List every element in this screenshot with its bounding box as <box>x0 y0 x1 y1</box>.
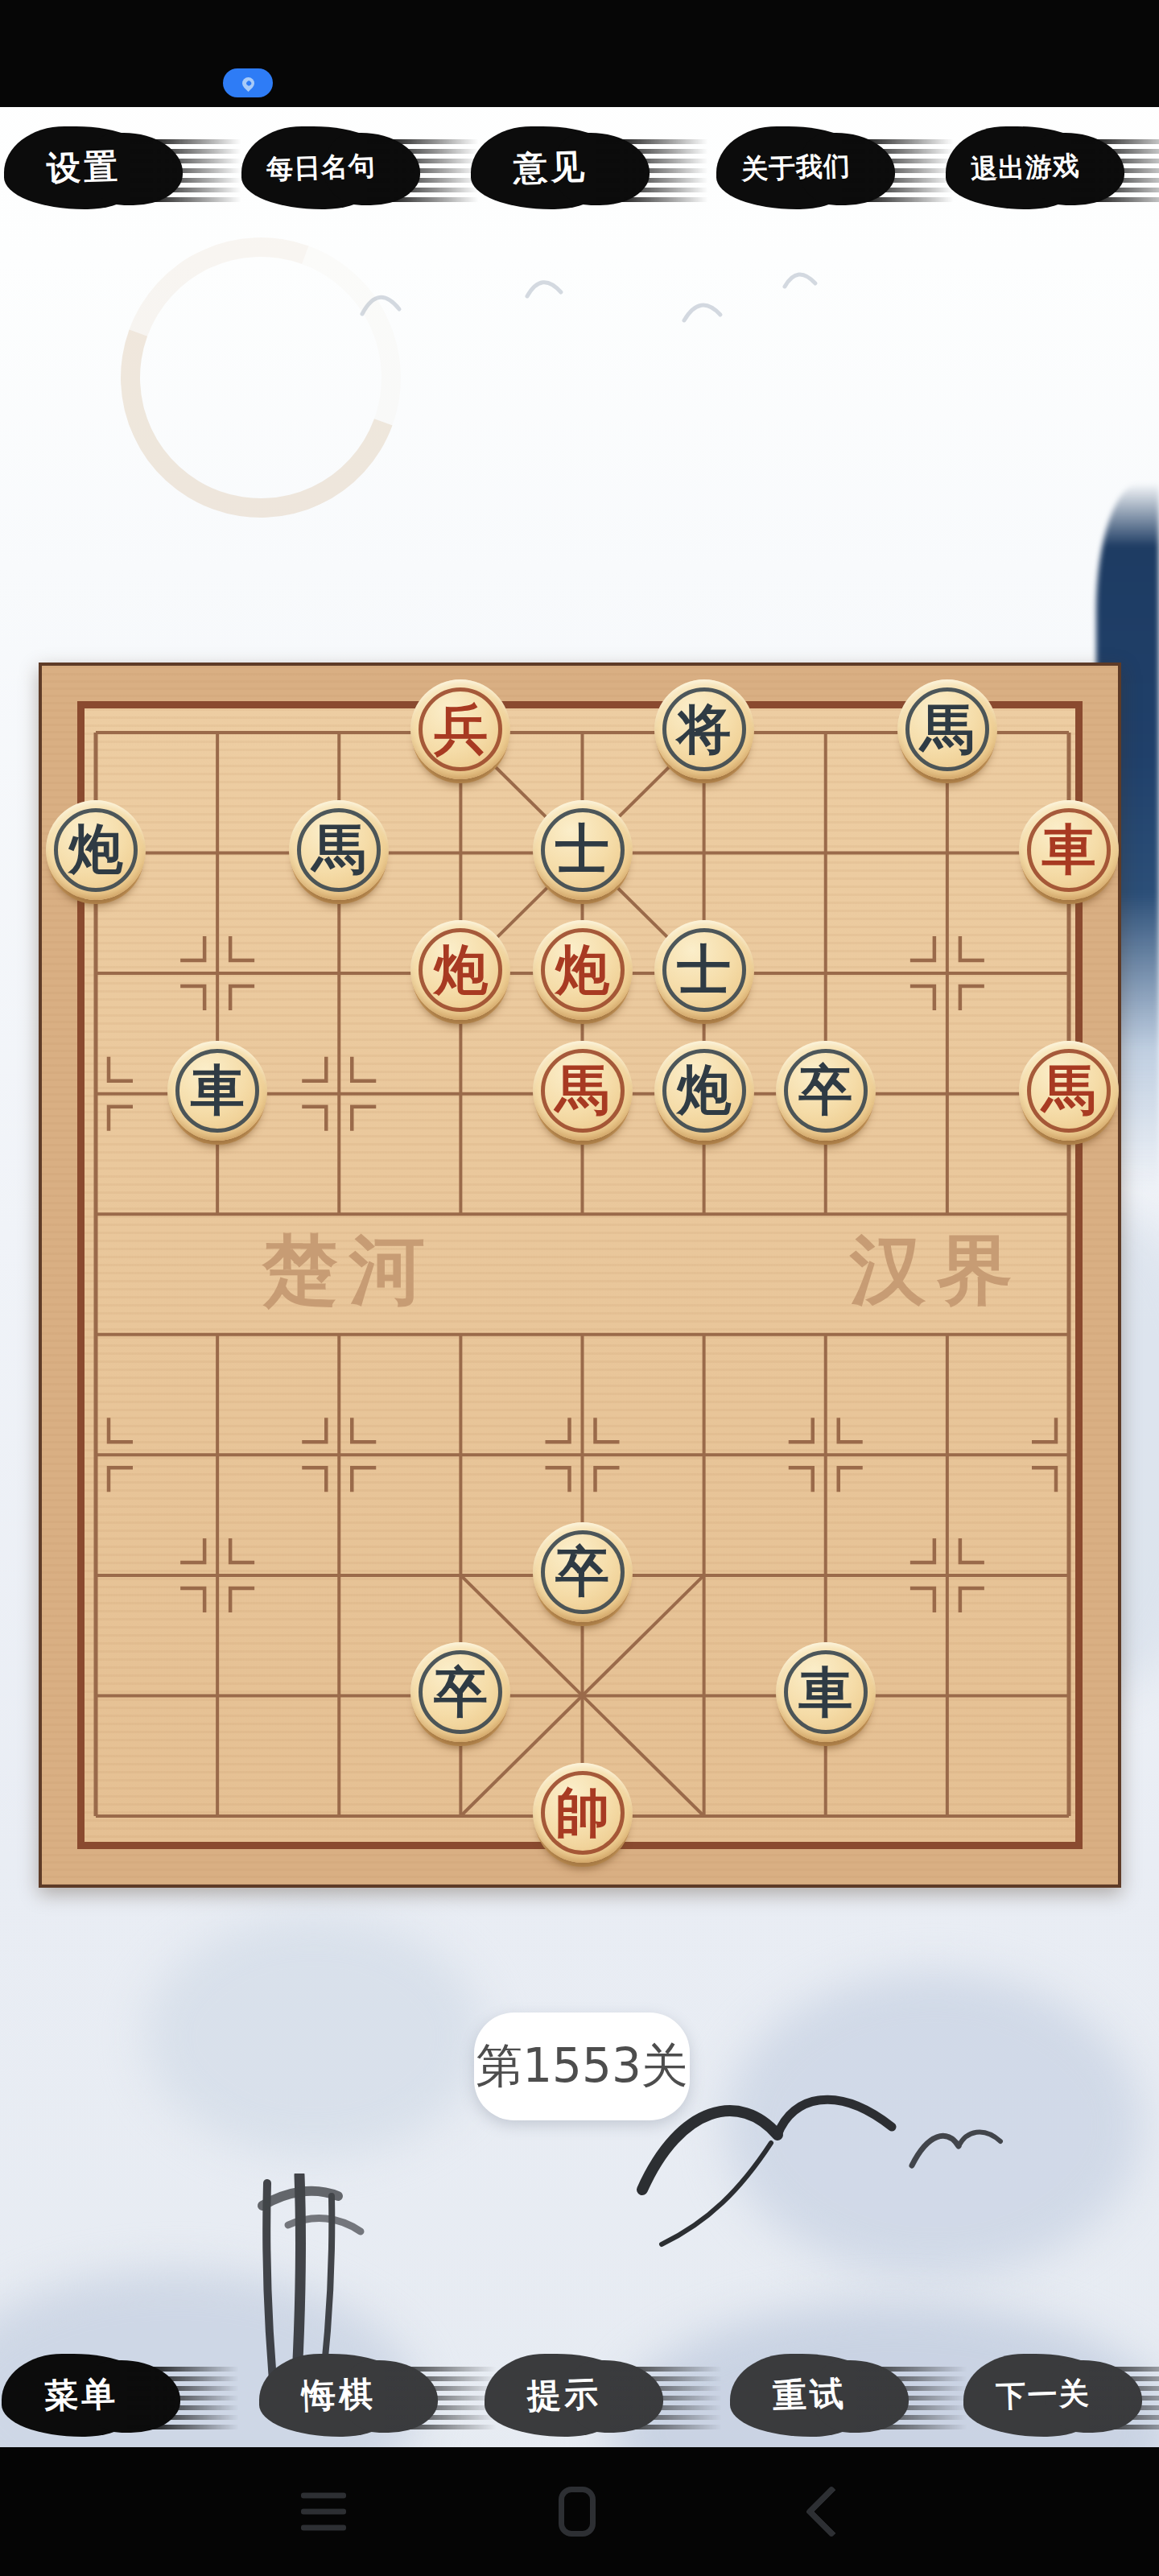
black-piece-馬[interactable]: 馬 <box>289 800 389 900</box>
piece-character: 卒 <box>798 1063 852 1117</box>
ink-wash-ring <box>75 192 447 563</box>
next-level-button[interactable]: 下一关 <box>963 2352 1159 2442</box>
piece-character: 卒 <box>555 1545 609 1599</box>
red-piece-馬[interactable]: 馬 <box>1019 1041 1119 1141</box>
home-icon[interactable] <box>559 2487 596 2537</box>
river-label-right: 汉界 <box>816 1220 1058 1322</box>
xiangqi-board[interactable]: 楚河 汉界 兵将馬炮馬士車炮炮士車馬炮卒馬卒卒車帥 <box>39 663 1121 1888</box>
level-badge: 第1553关 <box>474 2013 690 2120</box>
piece-character: 車 <box>1042 823 1096 877</box>
settings-button[interactable]: 设置 <box>4 125 245 215</box>
menu-button-label: 菜单 <box>6 2370 157 2420</box>
black-piece-炮[interactable]: 炮 <box>654 1041 754 1141</box>
hint-button-label: 提示 <box>489 2370 640 2420</box>
black-piece-卒[interactable]: 卒 <box>533 1522 633 1622</box>
daily-quote-button[interactable]: 每日名句 <box>241 125 483 215</box>
red-piece-炮[interactable]: 炮 <box>410 920 510 1020</box>
android-nav-bar <box>0 2447 1159 2576</box>
daily-quote-button-label: 每日名句 <box>245 147 396 188</box>
black-piece-馬[interactable]: 馬 <box>897 679 997 779</box>
piece-character: 炮 <box>555 943 609 997</box>
settings-button-label: 设置 <box>8 142 159 192</box>
exit-game-button-label: 退出游戏 <box>950 147 1100 188</box>
back-icon[interactable] <box>805 2485 857 2537</box>
piece-character: 馬 <box>555 1063 609 1117</box>
feedback-button[interactable]: 意见 <box>471 125 712 215</box>
feedback-button-label: 意见 <box>475 142 626 192</box>
faint-bird-marks <box>346 258 877 362</box>
piece-character: 馬 <box>920 703 974 757</box>
piece-character: 車 <box>191 1063 245 1117</box>
status-bar <box>0 0 1159 107</box>
black-piece-士[interactable]: 士 <box>654 920 754 1020</box>
river-label-left: 楚河 <box>229 1220 470 1322</box>
menu-button[interactable]: 菜单 <box>2 2352 243 2442</box>
location-indicator-pill <box>223 68 273 97</box>
piece-character: 兵 <box>434 703 488 757</box>
piece-character: 士 <box>677 943 731 997</box>
piece-character: 炮 <box>434 943 488 997</box>
piece-character: 帥 <box>555 1786 609 1840</box>
black-piece-車[interactable]: 車 <box>167 1041 267 1141</box>
piece-character: 馬 <box>1042 1063 1096 1117</box>
ink-wash-blotch <box>724 1972 1143 2278</box>
red-piece-車[interactable]: 車 <box>1019 800 1119 900</box>
piece-character: 馬 <box>312 823 366 877</box>
black-piece-卒[interactable]: 卒 <box>776 1041 876 1141</box>
red-piece-馬[interactable]: 馬 <box>533 1041 633 1141</box>
black-piece-車[interactable]: 車 <box>776 1642 876 1742</box>
piece-character: 士 <box>555 823 609 877</box>
about-us-button[interactable]: 关于我们 <box>716 125 958 215</box>
black-piece-卒[interactable]: 卒 <box>410 1642 510 1742</box>
piece-character: 車 <box>798 1666 852 1719</box>
piece-character: 炮 <box>69 823 123 877</box>
red-piece-帥[interactable]: 帥 <box>533 1763 633 1863</box>
piece-character: 炮 <box>677 1063 731 1117</box>
retry-button[interactable]: 重试 <box>730 2352 971 2442</box>
location-pin-icon <box>239 74 256 91</box>
piece-character: 卒 <box>434 1666 488 1719</box>
level-badge-label: 第1553关 <box>476 2035 688 2098</box>
red-piece-兵[interactable]: 兵 <box>410 679 510 779</box>
retry-button-label: 重试 <box>734 2370 885 2420</box>
black-piece-炮[interactable]: 炮 <box>46 800 146 900</box>
black-piece-士[interactable]: 士 <box>533 800 633 900</box>
black-piece-将[interactable]: 将 <box>654 679 754 779</box>
recents-menu-icon[interactable] <box>301 2493 346 2531</box>
red-piece-炮[interactable]: 炮 <box>533 920 633 1020</box>
about-us-button-label: 关于我们 <box>720 147 871 188</box>
undo-move-button[interactable]: 悔棋 <box>259 2352 501 2442</box>
undo-move-button-label: 悔棋 <box>263 2370 415 2420</box>
next-level-button-label: 下一关 <box>967 2372 1119 2417</box>
exit-game-button[interactable]: 退出游戏 <box>946 125 1159 215</box>
hint-button[interactable]: 提示 <box>485 2352 726 2442</box>
piece-character: 将 <box>677 703 731 757</box>
ink-wash-blotch <box>145 1916 483 2157</box>
